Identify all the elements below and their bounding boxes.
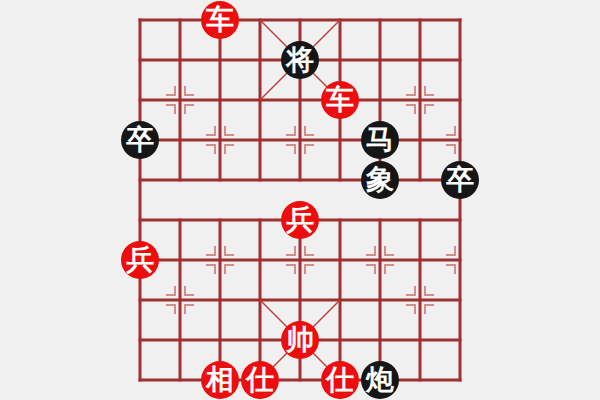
piece-black-general[interactable]: 将 [281,41,319,79]
pieces-layer: 车将车卒马象卒兵兵帅相仕仕炮 [120,0,480,400]
piece-black-elephant[interactable]: 象 [361,161,399,199]
piece-red-advisor[interactable]: 仕 [241,361,279,399]
piece-black-horse[interactable]: 马 [361,121,399,159]
piece-red-general[interactable]: 帅 [281,321,319,359]
piece-red-chariot[interactable]: 车 [321,81,359,119]
piece-red-soldier[interactable]: 兵 [121,241,159,279]
xiangqi-board: 车将车卒马象卒兵兵帅相仕仕炮 [0,0,600,400]
piece-black-cannon[interactable]: 炮 [361,361,399,399]
piece-red-advisor[interactable]: 仕 [321,361,359,399]
piece-red-soldier[interactable]: 兵 [281,201,319,239]
piece-red-elephant[interactable]: 相 [201,361,239,399]
piece-black-soldier[interactable]: 卒 [121,121,159,159]
piece-red-chariot[interactable]: 车 [201,1,239,39]
piece-black-soldier[interactable]: 卒 [441,161,479,199]
